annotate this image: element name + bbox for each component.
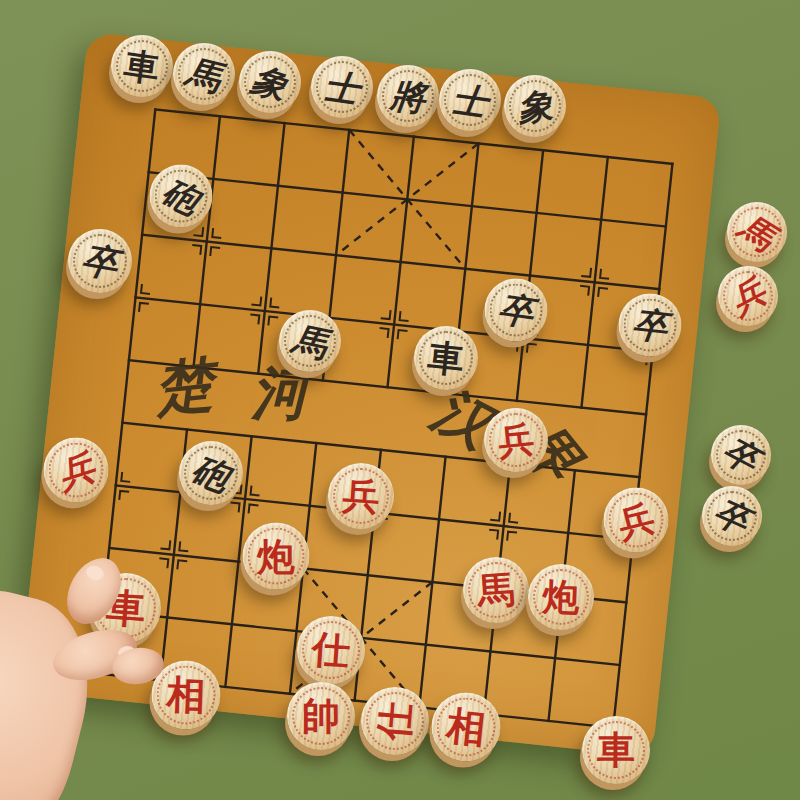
piece-red-20[interactable]: 馬 xyxy=(463,557,529,623)
piece-black-4[interactable]: 將 xyxy=(377,65,439,127)
piece-char: 將 xyxy=(374,62,442,130)
piece-char: 砲 xyxy=(139,154,222,237)
piece-char: 象 xyxy=(501,72,569,140)
piece-char: 帥 xyxy=(287,682,355,750)
piece-black-captured-30[interactable]: 卒 xyxy=(711,425,771,485)
scene: 楚河汉界 車馬象士將士象砲卒馬車卒卒砲兵兵兵兵炮車馬炮仕相帥仕相車馬兵卒卒 xyxy=(0,0,800,800)
piece-char: 仕 xyxy=(358,684,432,758)
piece-char: 卒 xyxy=(63,224,137,298)
piece-red-captured-29[interactable]: 兵 xyxy=(718,266,778,326)
piece-char: 仕 xyxy=(295,614,368,687)
piece-char: 砲 xyxy=(170,432,252,514)
piece-red-17[interactable]: 兵 xyxy=(604,488,669,553)
piece-black-1[interactable]: 馬 xyxy=(173,43,235,105)
piece-black-6[interactable]: 象 xyxy=(504,75,566,137)
piece-char: 炮 xyxy=(243,523,310,590)
piece-red-14[interactable]: 兵 xyxy=(44,438,109,503)
piece-black-10[interactable]: 車 xyxy=(414,326,478,390)
piece-char: 馬 xyxy=(461,555,531,625)
piece-red-24[interactable]: 帥 xyxy=(287,682,355,750)
piece-char: 兵 xyxy=(707,255,788,336)
piece-char: 士 xyxy=(307,52,377,122)
piece-black-11[interactable]: 卒 xyxy=(485,279,548,342)
piece-red-27[interactable]: 車 xyxy=(582,716,650,784)
piece-black-12[interactable]: 卒 xyxy=(619,294,682,357)
piece-black-9[interactable]: 馬 xyxy=(279,310,341,372)
piece-char: 車 xyxy=(411,323,481,393)
piece-char: 兵 xyxy=(35,429,117,511)
piece-red-25[interactable]: 仕 xyxy=(361,687,429,755)
piece-char: 卒 xyxy=(480,274,551,345)
piece-black-2[interactable]: 象 xyxy=(239,51,301,113)
piece-char: 象 xyxy=(231,43,309,121)
piece-red-16[interactable]: 兵 xyxy=(484,408,548,472)
piece-red-26[interactable]: 相 xyxy=(432,693,501,762)
piece-char: 車 xyxy=(582,716,650,784)
piece-red-18[interactable]: 炮 xyxy=(243,523,310,590)
piece-char: 車 xyxy=(107,31,177,101)
piece-char: 相 xyxy=(428,689,504,765)
piece-black-7[interactable]: 砲 xyxy=(150,165,213,228)
piece-char: 兵 xyxy=(326,461,396,531)
piece-red-22[interactable]: 仕 xyxy=(297,616,365,684)
piece-char: 炮 xyxy=(527,563,595,631)
piece-black-8[interactable]: 卒 xyxy=(68,229,132,293)
piece-black-13[interactable]: 砲 xyxy=(179,441,243,505)
piece-red-21[interactable]: 炮 xyxy=(528,564,594,630)
piece-char: 士 xyxy=(435,65,505,135)
piece-black-3[interactable]: 士 xyxy=(311,56,373,118)
piece-red-15[interactable]: 兵 xyxy=(328,463,394,529)
piece-char: 兵 xyxy=(481,405,551,475)
piece-char: 卒 xyxy=(692,476,771,555)
piece-black-5[interactable]: 士 xyxy=(439,69,501,131)
piece-black-0[interactable]: 車 xyxy=(111,35,173,97)
piece-char: 馬 xyxy=(273,304,347,378)
piece-char: 兵 xyxy=(597,481,676,560)
piece-black-captured-31[interactable]: 卒 xyxy=(702,486,762,546)
piece-char: 卒 xyxy=(615,290,684,359)
piece-red-captured-28[interactable]: 馬 xyxy=(727,202,787,262)
